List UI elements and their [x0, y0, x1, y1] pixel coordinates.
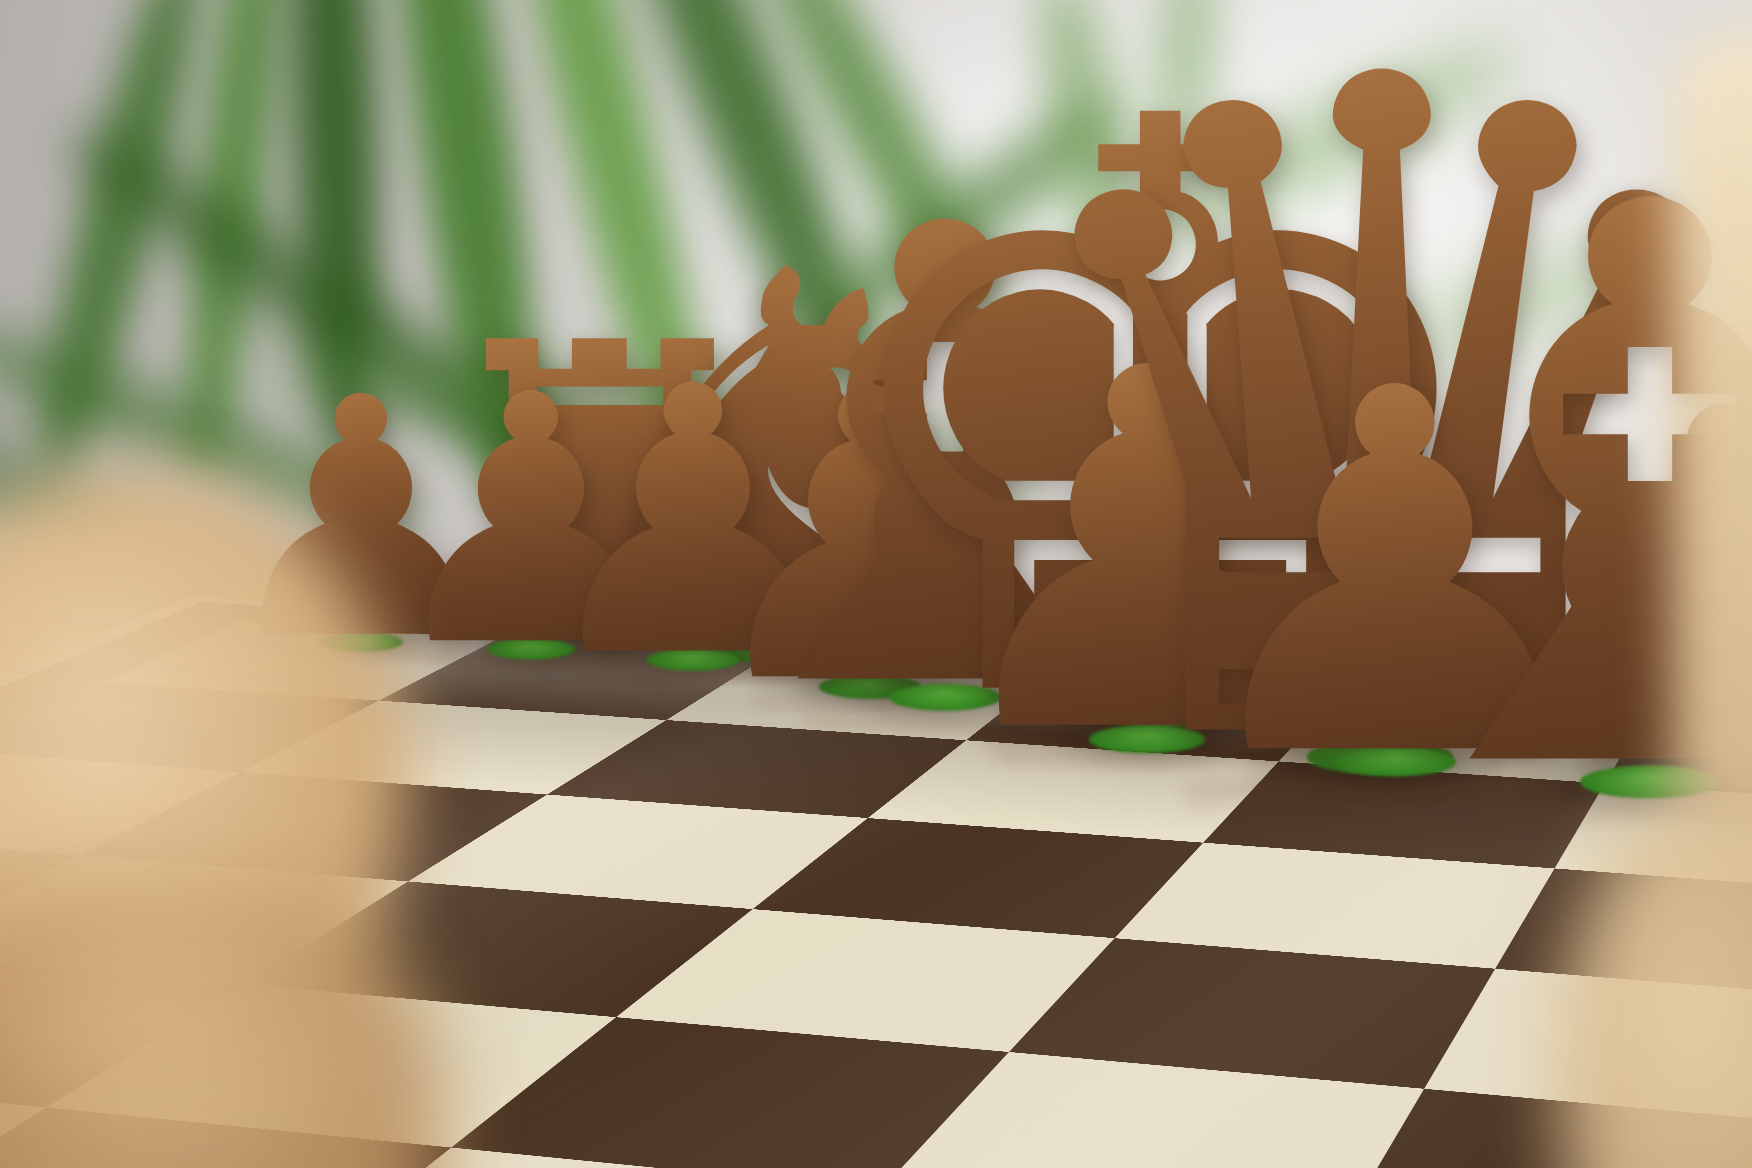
out-of-focus-light-piece-right: [1672, 30, 1752, 830]
photograph-canvas: ♟♟♟♟♜♜♟♟♞♞♟♟♝♝♟♟♚♚♛♛♟♟♝♝♟♟: [0, 0, 1752, 1168]
